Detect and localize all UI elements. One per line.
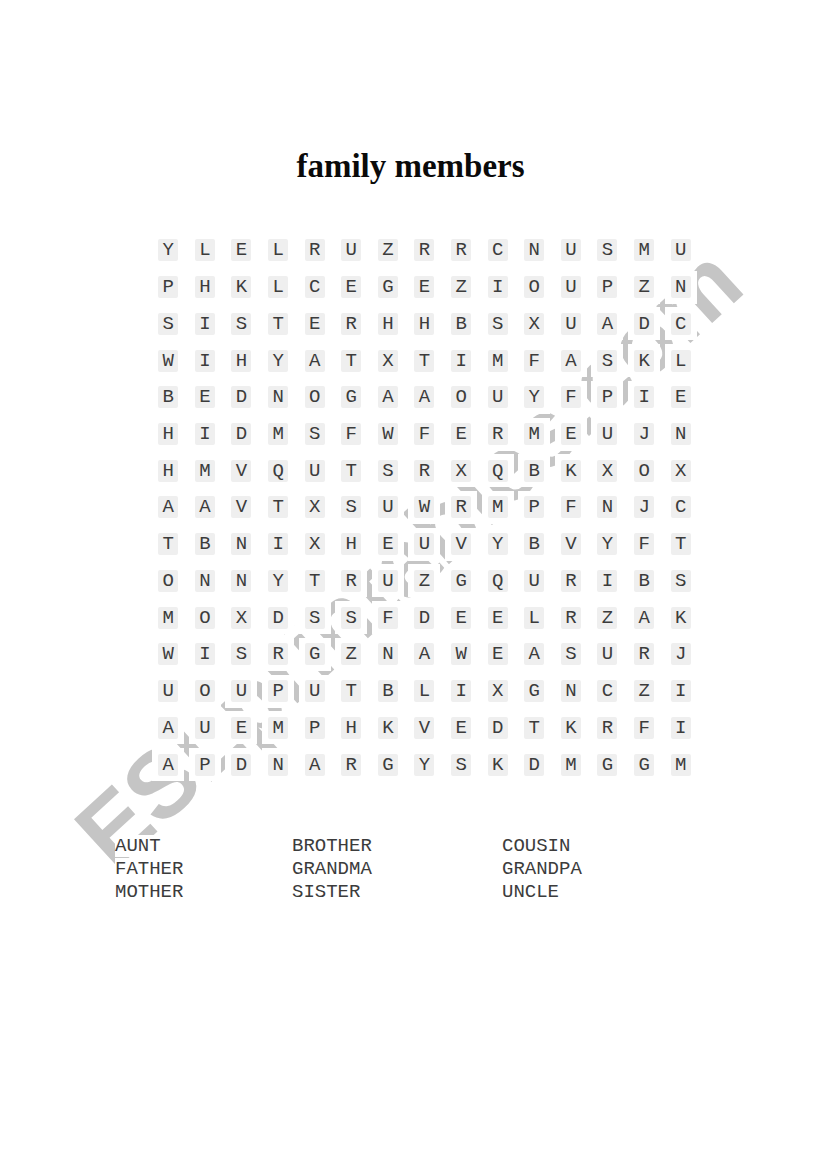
- cell-background: E: [482, 601, 514, 634]
- grid-cell: O: [516, 269, 553, 306]
- grid-cell: T: [406, 342, 443, 379]
- cell-background: V: [225, 491, 257, 524]
- grid-letter: O: [634, 460, 654, 482]
- grid-letter: S: [597, 350, 617, 372]
- grid-letter: S: [305, 423, 325, 445]
- cell-background: A: [372, 381, 404, 414]
- grid-letter: B: [378, 680, 398, 702]
- cell-background: G: [372, 748, 404, 781]
- grid-cell: I: [443, 342, 480, 379]
- cell-background: G: [372, 271, 404, 304]
- grid-letter: I: [671, 680, 691, 702]
- grid-letter: R: [561, 570, 581, 592]
- cell-background: E: [408, 271, 440, 304]
- cell-background: B: [152, 381, 184, 414]
- grid-cell: D: [516, 746, 553, 783]
- cell-background: L: [408, 675, 440, 708]
- grid-cell: R: [443, 489, 480, 526]
- cell-background: G: [335, 381, 367, 414]
- grid-cell: G: [516, 673, 553, 710]
- grid-letter: R: [268, 643, 288, 665]
- cell-background: Z: [628, 271, 660, 304]
- cell-background: B: [445, 307, 477, 340]
- grid-cell: S: [223, 636, 260, 673]
- grid-letter: U: [341, 239, 361, 261]
- grid-letter: I: [268, 533, 288, 555]
- cell-background: S: [299, 601, 331, 634]
- grid-letter: L: [524, 607, 544, 629]
- cell-background: S: [445, 748, 477, 781]
- grid-cell: R: [333, 746, 370, 783]
- grid-cell: H: [370, 305, 407, 342]
- cell-background: N: [189, 564, 221, 597]
- grid-letter: G: [378, 276, 398, 298]
- grid-letter: Z: [634, 680, 654, 702]
- grid-letter: T: [341, 680, 361, 702]
- grid-letter: Z: [634, 276, 654, 298]
- cell-background: I: [665, 711, 697, 744]
- grid-cell: Q: [479, 563, 516, 600]
- grid-cell: A: [187, 489, 224, 526]
- cell-background: Y: [152, 234, 184, 267]
- grid-cell: N: [187, 563, 224, 600]
- cell-background: D: [628, 307, 660, 340]
- grid-letter: U: [158, 680, 178, 702]
- grid-cell: U: [370, 489, 407, 526]
- grid-cell: G: [370, 746, 407, 783]
- grid-letter: K: [561, 460, 581, 482]
- grid-cell: I: [589, 563, 626, 600]
- cell-background: I: [445, 675, 477, 708]
- grid-letter: Y: [597, 533, 617, 555]
- cell-background: K: [628, 344, 660, 377]
- grid-letter: R: [341, 313, 361, 335]
- grid-cell: U: [553, 269, 590, 306]
- grid-cell: S: [150, 305, 187, 342]
- cell-background: Z: [335, 638, 367, 671]
- cell-background: N: [372, 638, 404, 671]
- cell-background: G: [518, 675, 550, 708]
- cell-background: O: [189, 601, 221, 634]
- grid-letter: N: [268, 386, 288, 408]
- grid-letter: J: [634, 423, 654, 445]
- grid-letter: E: [561, 423, 581, 445]
- grid-letter: R: [341, 570, 361, 592]
- cell-background: R: [445, 234, 477, 267]
- grid-letter: A: [597, 313, 617, 335]
- grid-cell: E: [370, 526, 407, 563]
- cell-background: D: [262, 601, 294, 634]
- grid-cell: I: [662, 673, 699, 710]
- grid-cell: G: [443, 563, 480, 600]
- cell-background: I: [189, 638, 221, 671]
- grid-cell: R: [406, 452, 443, 489]
- grid-letter: W: [158, 350, 178, 372]
- grid-cell: V: [553, 526, 590, 563]
- cell-background: R: [555, 601, 587, 634]
- grid-letter: N: [597, 496, 617, 518]
- grid-letter: R: [305, 239, 325, 261]
- grid-cell: M: [260, 710, 297, 747]
- grid-letter: X: [597, 460, 617, 482]
- grid-cell: K: [370, 710, 407, 747]
- grid-letter: X: [305, 533, 325, 555]
- grid-letter: E: [305, 313, 325, 335]
- grid-letter: E: [231, 717, 251, 739]
- cell-background: I: [189, 344, 221, 377]
- grid-letter: K: [378, 717, 398, 739]
- cell-background: J: [665, 638, 697, 671]
- grid-cell: I: [260, 526, 297, 563]
- grid-cell: A: [626, 599, 663, 636]
- cell-background: X: [299, 528, 331, 561]
- grid-letter: M: [268, 423, 288, 445]
- grid-cell: U: [223, 673, 260, 710]
- grid-cell: D: [223, 746, 260, 783]
- grid-cell: F: [406, 416, 443, 453]
- cell-background: S: [225, 638, 257, 671]
- word-list-item: MOTHER: [115, 881, 186, 904]
- cell-background: V: [445, 528, 477, 561]
- grid-cell: H: [406, 305, 443, 342]
- cell-background: E: [445, 418, 477, 451]
- grid-cell: Z: [406, 563, 443, 600]
- grid-letter: N: [231, 570, 251, 592]
- grid-letter: O: [524, 276, 544, 298]
- grid-letter: D: [414, 607, 434, 629]
- cell-background: U: [225, 675, 257, 708]
- cell-background: H: [225, 344, 257, 377]
- grid-letter: H: [231, 350, 251, 372]
- grid-letter: Z: [341, 643, 361, 665]
- grid-cell: A: [553, 342, 590, 379]
- grid-letter: D: [231, 754, 251, 776]
- grid-cell: D: [626, 305, 663, 342]
- cell-background: T: [335, 675, 367, 708]
- grid-cell: I: [479, 269, 516, 306]
- grid-cell: A: [406, 379, 443, 416]
- grid-cell: R: [333, 563, 370, 600]
- cell-background: K: [225, 271, 257, 304]
- grid-cell: F: [516, 342, 553, 379]
- grid-cell: C: [296, 269, 333, 306]
- grid-cell: L: [187, 232, 224, 269]
- cell-background: I: [482, 271, 514, 304]
- cell-background: Y: [408, 748, 440, 781]
- grid-cell: E: [443, 416, 480, 453]
- cell-background: S: [555, 638, 587, 671]
- grid-letter: L: [268, 276, 288, 298]
- grid-letter: N: [268, 754, 288, 776]
- grid-letter: A: [634, 607, 654, 629]
- grid-letter: C: [305, 276, 325, 298]
- cell-background: Y: [262, 564, 294, 597]
- grid-cell: P: [296, 710, 333, 747]
- grid-cell: K: [479, 746, 516, 783]
- grid-letter: X: [671, 460, 691, 482]
- cell-background: E: [445, 711, 477, 744]
- cell-background: R: [482, 418, 514, 451]
- cell-background: T: [335, 344, 367, 377]
- cell-background: N: [225, 528, 257, 561]
- cell-background: E: [482, 638, 514, 671]
- grid-letter: D: [524, 754, 544, 776]
- cell-background: R: [408, 454, 440, 487]
- grid-letter: P: [597, 276, 617, 298]
- cell-background: U: [152, 675, 184, 708]
- grid-letter: R: [451, 239, 471, 261]
- grid-letter: G: [378, 754, 398, 776]
- cell-background: S: [152, 307, 184, 340]
- grid-letter: A: [414, 643, 434, 665]
- cell-background: P: [591, 271, 623, 304]
- cell-background: P: [518, 491, 550, 524]
- grid-cell: N: [662, 416, 699, 453]
- grid-letter: T: [341, 460, 361, 482]
- grid-letter: P: [597, 386, 617, 408]
- grid-cell: E: [296, 305, 333, 342]
- grid-cell: K: [626, 342, 663, 379]
- grid-letter: U: [671, 239, 691, 261]
- grid-letter: T: [671, 533, 691, 555]
- word-list-item: GRANDMA: [292, 858, 375, 881]
- grid-cell: L: [260, 269, 297, 306]
- cell-background: H: [152, 418, 184, 451]
- grid-letter: E: [488, 643, 508, 665]
- grid-letter: J: [634, 496, 654, 518]
- grid-cell: A: [150, 710, 187, 747]
- grid-letter: R: [488, 423, 508, 445]
- grid-letter: Q: [488, 570, 508, 592]
- grid-cell: K: [553, 452, 590, 489]
- cell-background: O: [189, 675, 221, 708]
- grid-letter: U: [378, 570, 398, 592]
- grid-letter: H: [414, 313, 434, 335]
- grid-cell: I: [187, 305, 224, 342]
- grid-letter: Q: [268, 460, 288, 482]
- grid-letter: T: [414, 350, 434, 372]
- grid-letter: S: [561, 643, 581, 665]
- grid-letter: U: [195, 717, 215, 739]
- cell-background: U: [408, 528, 440, 561]
- grid-letter: A: [524, 643, 544, 665]
- cell-background: U: [299, 675, 331, 708]
- grid-cell: J: [662, 636, 699, 673]
- cell-background: U: [335, 234, 367, 267]
- grid-letter: L: [671, 350, 691, 372]
- grid-letter: F: [524, 350, 544, 372]
- worksheet-page: family members ESLprintables.com YLELRUZ…: [0, 0, 821, 1169]
- cell-background: X: [372, 344, 404, 377]
- grid-letter: Z: [597, 607, 617, 629]
- grid-letter: Y: [488, 533, 508, 555]
- cell-background: F: [335, 418, 367, 451]
- grid-cell: Z: [626, 269, 663, 306]
- grid-cell: N: [223, 563, 260, 600]
- cell-background: B: [628, 564, 660, 597]
- cell-background: S: [665, 564, 697, 597]
- cell-background: U: [555, 307, 587, 340]
- cell-background: W: [445, 638, 477, 671]
- grid-letter: V: [561, 533, 581, 555]
- cell-background: V: [555, 528, 587, 561]
- grid-letter: R: [414, 460, 434, 482]
- cell-background: K: [555, 711, 587, 744]
- cell-background: R: [628, 638, 660, 671]
- grid-letter: F: [561, 386, 581, 408]
- grid-cell: R: [333, 305, 370, 342]
- grid-cell: X: [516, 305, 553, 342]
- cell-background: G: [299, 638, 331, 671]
- grid-cell: E: [333, 269, 370, 306]
- cell-background: B: [372, 675, 404, 708]
- grid-letter: H: [378, 313, 398, 335]
- cell-background: M: [262, 711, 294, 744]
- grid-cell: U: [589, 416, 626, 453]
- grid-cell: W: [370, 416, 407, 453]
- grid-cell: G: [296, 636, 333, 673]
- cell-background: A: [152, 748, 184, 781]
- grid-letter: U: [488, 386, 508, 408]
- cell-background: O: [628, 454, 660, 487]
- grid-letter: C: [597, 680, 617, 702]
- grid-cell: U: [662, 232, 699, 269]
- grid-letter: Y: [268, 570, 288, 592]
- cell-background: Q: [482, 454, 514, 487]
- grid-cell: B: [516, 452, 553, 489]
- cell-background: D: [225, 381, 257, 414]
- grid-cell: V: [223, 489, 260, 526]
- cell-background: I: [628, 381, 660, 414]
- cell-background: T: [335, 454, 367, 487]
- grid-cell: I: [187, 636, 224, 673]
- grid-cell: N: [589, 489, 626, 526]
- grid-letter: S: [305, 607, 325, 629]
- cell-background: N: [665, 418, 697, 451]
- word-list-column: BROTHERGRANDMASISTER: [292, 835, 375, 904]
- grid-letter: I: [195, 423, 215, 445]
- grid-cell: R: [553, 599, 590, 636]
- cell-background: O: [518, 271, 550, 304]
- grid-cell: A: [296, 746, 333, 783]
- cell-background: S: [225, 307, 257, 340]
- grid-cell: E: [443, 599, 480, 636]
- cell-background: Z: [372, 234, 404, 267]
- grid-letter: W: [414, 496, 434, 518]
- grid-cell: E: [443, 710, 480, 747]
- grid-letter: I: [634, 386, 654, 408]
- grid-cell: T: [516, 710, 553, 747]
- cell-background: A: [518, 638, 550, 671]
- grid-letter: H: [341, 533, 361, 555]
- cell-background: J: [628, 491, 660, 524]
- cell-background: I: [189, 418, 221, 451]
- grid-cell: M: [516, 416, 553, 453]
- grid-cell: Y: [260, 563, 297, 600]
- cell-background: W: [152, 344, 184, 377]
- cell-background: T: [408, 344, 440, 377]
- cell-background: P: [591, 381, 623, 414]
- grid-letter: I: [451, 350, 471, 372]
- grid-letter: H: [158, 460, 178, 482]
- cell-background: M: [262, 418, 294, 451]
- grid-letter: G: [634, 754, 654, 776]
- cell-background: H: [152, 454, 184, 487]
- grid-cell: F: [370, 599, 407, 636]
- grid-letter: E: [451, 607, 471, 629]
- grid-letter: M: [524, 423, 544, 445]
- grid-cell: U: [150, 673, 187, 710]
- grid-letter: S: [451, 754, 471, 776]
- cell-background: E: [665, 381, 697, 414]
- cell-background: G: [628, 748, 660, 781]
- cell-background: U: [555, 234, 587, 267]
- grid-letter: M: [488, 350, 508, 372]
- grid-letter: T: [524, 717, 544, 739]
- grid-cell: S: [296, 599, 333, 636]
- grid-cell: H: [333, 710, 370, 747]
- grid-cell: T: [296, 563, 333, 600]
- cell-background: E: [299, 307, 331, 340]
- cell-background: A: [299, 344, 331, 377]
- cell-background: V: [225, 454, 257, 487]
- cell-background: A: [408, 638, 440, 671]
- grid-letter: Z: [378, 239, 398, 261]
- grid-cell: M: [187, 452, 224, 489]
- grid-letter: W: [378, 423, 398, 445]
- grid-cell: J: [626, 489, 663, 526]
- cell-background: A: [591, 307, 623, 340]
- cell-background: A: [408, 381, 440, 414]
- grid-letter: F: [561, 496, 581, 518]
- grid-cell: S: [333, 599, 370, 636]
- grid-letter: G: [341, 386, 361, 408]
- grid-cell: C: [662, 305, 699, 342]
- cell-background: T: [152, 528, 184, 561]
- cell-background: R: [335, 748, 367, 781]
- grid-letter: D: [268, 607, 288, 629]
- cell-background: F: [555, 491, 587, 524]
- grid-cell: X: [662, 452, 699, 489]
- grid-letter: X: [231, 607, 251, 629]
- puzzle-title: family members: [0, 148, 821, 184]
- grid-cell: T: [333, 673, 370, 710]
- grid-letter: P: [158, 276, 178, 298]
- grid-cell: A: [150, 746, 187, 783]
- grid-letter: Z: [451, 276, 471, 298]
- grid-cell: D: [223, 379, 260, 416]
- cell-background: K: [372, 711, 404, 744]
- cell-background: A: [152, 491, 184, 524]
- cell-background: U: [189, 711, 221, 744]
- grid-cell: U: [296, 452, 333, 489]
- cell-background: R: [555, 564, 587, 597]
- grid-cell: R: [479, 416, 516, 453]
- grid-letter: G: [597, 754, 617, 776]
- cell-background: M: [152, 601, 184, 634]
- grid-cell: S: [223, 305, 260, 342]
- grid-cell: U: [553, 305, 590, 342]
- grid-cell: A: [296, 342, 333, 379]
- grid-cell: D: [260, 599, 297, 636]
- grid-cell: S: [589, 342, 626, 379]
- cell-background: M: [482, 491, 514, 524]
- cell-background: I: [189, 307, 221, 340]
- cell-background: F: [372, 601, 404, 634]
- grid-cell: Y: [479, 526, 516, 563]
- grid-letter: L: [195, 239, 215, 261]
- cell-background: K: [665, 601, 697, 634]
